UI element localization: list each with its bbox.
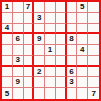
sudoku-cell-empty[interactable] xyxy=(88,45,99,56)
sudoku-cell-empty[interactable] xyxy=(45,67,56,78)
sudoku-cell-empty[interactable] xyxy=(2,56,13,67)
sudoku-cell-given: 8 xyxy=(67,34,78,45)
sudoku-cell-given: 3 xyxy=(67,77,78,88)
sudoku-cell-empty[interactable] xyxy=(24,34,35,45)
sudoku-cell-empty[interactable] xyxy=(2,13,13,24)
sudoku-cell-given: 5 xyxy=(2,88,13,99)
sudoku-cell-empty[interactable] xyxy=(13,45,24,56)
sudoku-cell-empty[interactable] xyxy=(67,88,78,99)
sudoku-cell-given: 6 xyxy=(13,34,24,45)
sudoku-cell-empty[interactable] xyxy=(67,24,78,35)
sudoku-cell-empty[interactable] xyxy=(13,24,24,35)
sudoku-cell-empty[interactable] xyxy=(88,67,99,78)
sudoku-cell-empty[interactable] xyxy=(34,88,45,99)
sudoku-cell-given: 4 xyxy=(77,45,88,56)
sudoku-cell-empty[interactable] xyxy=(34,56,45,67)
sudoku-cell-empty[interactable] xyxy=(45,13,56,24)
sudoku-cell-empty[interactable] xyxy=(77,24,88,35)
sudoku-cell-empty[interactable] xyxy=(45,24,56,35)
sudoku-cell-empty[interactable] xyxy=(13,67,24,78)
sudoku-cell-given: 3 xyxy=(13,56,24,67)
sudoku-cell-empty[interactable] xyxy=(77,88,88,99)
sudoku-cell-empty[interactable] xyxy=(56,88,67,99)
sudoku-cell-empty[interactable] xyxy=(56,56,67,67)
sudoku-cell-empty[interactable] xyxy=(67,2,78,13)
sudoku-cell-empty[interactable] xyxy=(24,56,35,67)
sudoku-cell-empty[interactable] xyxy=(24,67,35,78)
sudoku-cell-empty[interactable] xyxy=(34,45,45,56)
sudoku-cell-empty[interactable] xyxy=(45,2,56,13)
sudoku-cell-empty[interactable] xyxy=(56,77,67,88)
sudoku-cell-empty[interactable] xyxy=(67,13,78,24)
sudoku-cell-empty[interactable] xyxy=(13,88,24,99)
sudoku-cell-empty[interactable] xyxy=(77,13,88,24)
sudoku-cell-empty[interactable] xyxy=(56,67,67,78)
sudoku-cell-empty[interactable] xyxy=(45,88,56,99)
sudoku-cell-empty[interactable] xyxy=(88,2,99,13)
sudoku-cell-given: 1 xyxy=(2,2,13,13)
sudoku-cell-empty[interactable] xyxy=(77,67,88,78)
sudoku-cell-empty[interactable] xyxy=(34,77,45,88)
sudoku-cell-empty[interactable] xyxy=(24,24,35,35)
sudoku-cell-empty[interactable] xyxy=(24,45,35,56)
sudoku-cell-empty[interactable] xyxy=(56,45,67,56)
sudoku-cell-given: 7 xyxy=(24,2,35,13)
sudoku-cell-empty[interactable] xyxy=(2,77,13,88)
sudoku-cell-empty[interactable] xyxy=(88,34,99,45)
sudoku-cell-given: 3 xyxy=(34,13,45,24)
sudoku-cell-given: 7 xyxy=(88,88,99,99)
sudoku-cell-empty[interactable] xyxy=(2,45,13,56)
sudoku-cell-empty[interactable] xyxy=(56,2,67,13)
sudoku-cell-given: 4 xyxy=(2,24,13,35)
sudoku-cell-empty[interactable] xyxy=(2,67,13,78)
sudoku-cell-empty[interactable] xyxy=(2,34,13,45)
sudoku-board: 17534698143269357 xyxy=(0,0,101,101)
sudoku-cell-empty[interactable] xyxy=(77,34,88,45)
sudoku-cell-empty[interactable] xyxy=(45,56,56,67)
sudoku-cell-empty[interactable] xyxy=(88,13,99,24)
sudoku-cell-empty[interactable] xyxy=(24,13,35,24)
sudoku-cell-empty[interactable] xyxy=(77,77,88,88)
sudoku-cell-given: 6 xyxy=(67,67,78,78)
sudoku-cell-empty[interactable] xyxy=(56,34,67,45)
sudoku-cell-given: 9 xyxy=(34,34,45,45)
sudoku-cell-empty[interactable] xyxy=(77,56,88,67)
sudoku-cell-empty[interactable] xyxy=(13,13,24,24)
sudoku-cell-empty[interactable] xyxy=(88,56,99,67)
sudoku-cell-empty[interactable] xyxy=(24,88,35,99)
sudoku-cell-empty[interactable] xyxy=(13,2,24,13)
sudoku-cell-empty[interactable] xyxy=(45,34,56,45)
sudoku-cell-given: 1 xyxy=(45,45,56,56)
sudoku-cell-given: 5 xyxy=(77,2,88,13)
sudoku-cell-empty[interactable] xyxy=(34,2,45,13)
sudoku-cell-empty[interactable] xyxy=(56,13,67,24)
sudoku-cell-given: 9 xyxy=(13,77,24,88)
sudoku-cell-empty[interactable] xyxy=(45,77,56,88)
sudoku-cell-empty[interactable] xyxy=(24,77,35,88)
sudoku-cell-given: 2 xyxy=(34,67,45,78)
sudoku-cell-empty[interactable] xyxy=(67,56,78,67)
sudoku-cell-empty[interactable] xyxy=(34,24,45,35)
sudoku-cell-empty[interactable] xyxy=(88,24,99,35)
sudoku-cell-empty[interactable] xyxy=(88,77,99,88)
sudoku-cell-empty[interactable] xyxy=(56,24,67,35)
sudoku-cell-empty[interactable] xyxy=(67,45,78,56)
